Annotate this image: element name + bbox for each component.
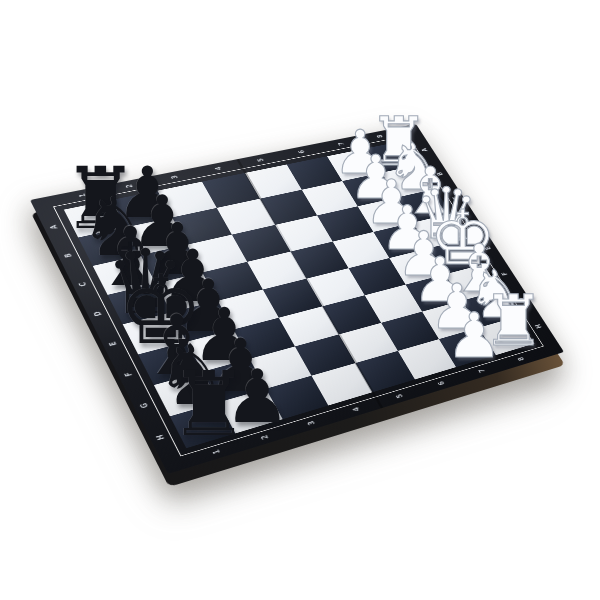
- row-label-right-E: E: [484, 246, 492, 251]
- row-label-left-E: E: [108, 341, 118, 347]
- row-label-left-F: F: [123, 371, 134, 377]
- col-label-top-6: 6: [297, 150, 306, 154]
- row-label-left-H: H: [155, 434, 166, 441]
- col-label-bottom-5: 5: [395, 393, 404, 399]
- row-label-left-A: A: [49, 224, 59, 230]
- row-label-right-G: G: [517, 297, 526, 303]
- row-label-right-B: B: [436, 172, 444, 177]
- chessboard-wrap: AABBCCDDEEFFGGHH1122334455667788: [0, 0, 600, 600]
- col-label-bottom-4: 4: [352, 406, 362, 412]
- col-label-top-7: 7: [337, 142, 346, 146]
- col-label-top-2: 2: [125, 184, 135, 189]
- col-label-top-3: 3: [170, 175, 179, 180]
- row-label-left-B: B: [63, 253, 73, 259]
- col-label-top-5: 5: [256, 158, 265, 162]
- row-label-right-F: F: [501, 271, 509, 276]
- row-label-left-C: C: [78, 281, 88, 287]
- col-label-bottom-1: 1: [212, 449, 223, 455]
- col-label-bottom-2: 2: [260, 434, 270, 440]
- col-label-bottom-6: 6: [437, 380, 446, 386]
- row-label-right-C: C: [452, 196, 460, 201]
- row-label-right-H: H: [534, 323, 543, 329]
- col-label-bottom-8: 8: [517, 356, 526, 361]
- row-label-right-D: D: [468, 220, 477, 225]
- row-label-left-G: G: [139, 402, 150, 409]
- row-label-left-D: D: [93, 311, 104, 317]
- chessboard: AABBCCDDEEFFGGHH1122334455667788: [30, 124, 564, 474]
- chess-set-photo-scene: AABBCCDDEEFFGGHH1122334455667788 ♜♟♟♜♞♟♟…: [0, 0, 600, 600]
- col-label-top-4: 4: [214, 166, 223, 171]
- col-label-top-1: 1: [78, 193, 88, 198]
- col-label-bottom-3: 3: [307, 420, 317, 426]
- row-label-right-A: A: [421, 148, 429, 153]
- col-label-top-8: 8: [376, 134, 384, 138]
- col-label-bottom-7: 7: [478, 368, 487, 373]
